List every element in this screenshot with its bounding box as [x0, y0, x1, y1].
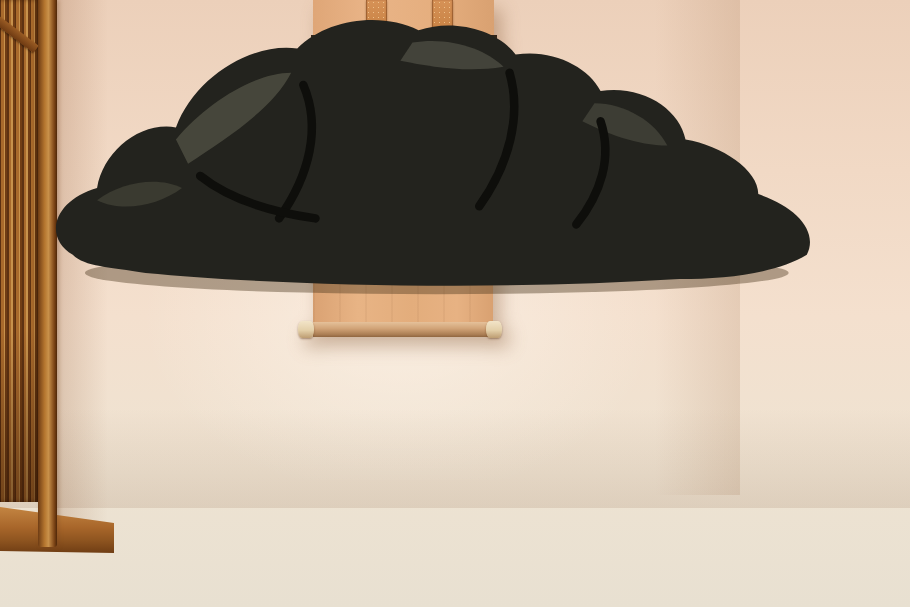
suiseki-stone — [0, 0, 910, 315]
tokonoma-scene — [0, 0, 910, 607]
roller-knob-right — [486, 321, 502, 338]
roller-knob-left — [298, 321, 314, 338]
left-lattice-shadow — [0, 330, 39, 502]
scroll-roller — [313, 322, 492, 337]
